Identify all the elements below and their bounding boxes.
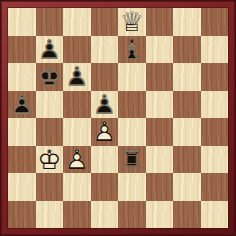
square-c1[interactable] bbox=[63, 201, 91, 229]
white-queen-icon: ♛♕ bbox=[118, 8, 146, 36]
square-c5[interactable] bbox=[63, 91, 91, 119]
square-h2[interactable] bbox=[201, 173, 229, 201]
square-e3[interactable]: ♜♖ bbox=[118, 146, 146, 174]
square-a6[interactable] bbox=[8, 63, 36, 91]
black-pawn-icon: ♟♙ bbox=[36, 36, 64, 64]
square-c2[interactable] bbox=[63, 173, 91, 201]
square-d7[interactable] bbox=[91, 36, 119, 64]
square-h4[interactable] bbox=[201, 118, 229, 146]
square-b5[interactable] bbox=[36, 91, 64, 119]
square-e7[interactable]: ♝♗ bbox=[118, 36, 146, 64]
square-b8[interactable] bbox=[36, 8, 64, 36]
square-b4[interactable] bbox=[36, 118, 64, 146]
square-d1[interactable] bbox=[91, 201, 119, 229]
white-pawn-icon: ♟♙ bbox=[63, 146, 91, 174]
square-a3[interactable] bbox=[8, 146, 36, 174]
square-a4[interactable] bbox=[8, 118, 36, 146]
square-a2[interactable] bbox=[8, 173, 36, 201]
square-e4[interactable] bbox=[118, 118, 146, 146]
square-d4[interactable]: ♟♙ bbox=[91, 118, 119, 146]
square-d5[interactable]: ♟♙ bbox=[91, 91, 119, 119]
black-bishop-icon: ♝♗ bbox=[118, 36, 146, 64]
square-c4[interactable] bbox=[63, 118, 91, 146]
square-d3[interactable] bbox=[91, 146, 119, 174]
square-c8[interactable] bbox=[63, 8, 91, 36]
square-g2[interactable] bbox=[173, 173, 201, 201]
square-f5[interactable] bbox=[146, 91, 174, 119]
square-g7[interactable] bbox=[173, 36, 201, 64]
square-h1[interactable] bbox=[201, 201, 229, 229]
square-f8[interactable] bbox=[146, 8, 174, 36]
square-h7[interactable] bbox=[201, 36, 229, 64]
square-g1[interactable] bbox=[173, 201, 201, 229]
square-b3[interactable]: ♚♔ bbox=[36, 146, 64, 174]
white-king-icon: ♚♔ bbox=[36, 146, 64, 174]
chessboard-frame: ♛♕♟♙♝♗♚♔♟♙♟♙♟♙♟♙♚♔♟♙♜♖ bbox=[0, 0, 236, 236]
square-a1[interactable] bbox=[8, 201, 36, 229]
black-pawn-icon: ♟♙ bbox=[8, 91, 36, 119]
square-a8[interactable] bbox=[8, 8, 36, 36]
black-rook-icon: ♜♖ bbox=[118, 146, 146, 174]
square-d2[interactable] bbox=[91, 173, 119, 201]
square-e2[interactable] bbox=[118, 173, 146, 201]
square-b7[interactable]: ♟♙ bbox=[36, 36, 64, 64]
black-king-icon: ♚♔ bbox=[36, 63, 64, 91]
square-h8[interactable] bbox=[201, 8, 229, 36]
black-pawn-icon: ♟♙ bbox=[63, 63, 91, 91]
square-f7[interactable] bbox=[146, 36, 174, 64]
square-c7[interactable] bbox=[63, 36, 91, 64]
chessboard: ♛♕♟♙♝♗♚♔♟♙♟♙♟♙♟♙♚♔♟♙♜♖ bbox=[8, 8, 228, 228]
square-b1[interactable] bbox=[36, 201, 64, 229]
square-f1[interactable] bbox=[146, 201, 174, 229]
square-e6[interactable] bbox=[118, 63, 146, 91]
square-c3[interactable]: ♟♙ bbox=[63, 146, 91, 174]
square-c6[interactable]: ♟♙ bbox=[63, 63, 91, 91]
square-a7[interactable] bbox=[8, 36, 36, 64]
square-e8[interactable]: ♛♕ bbox=[118, 8, 146, 36]
square-h6[interactable] bbox=[201, 63, 229, 91]
black-pawn-icon: ♟♙ bbox=[91, 91, 119, 119]
square-h5[interactable] bbox=[201, 91, 229, 119]
square-f3[interactable] bbox=[146, 146, 174, 174]
square-d6[interactable] bbox=[91, 63, 119, 91]
square-e1[interactable] bbox=[118, 201, 146, 229]
square-e5[interactable] bbox=[118, 91, 146, 119]
white-pawn-icon: ♟♙ bbox=[91, 118, 119, 146]
square-b6[interactable]: ♚♔ bbox=[36, 63, 64, 91]
square-h3[interactable] bbox=[201, 146, 229, 174]
square-f4[interactable] bbox=[146, 118, 174, 146]
square-g6[interactable] bbox=[173, 63, 201, 91]
square-g5[interactable] bbox=[173, 91, 201, 119]
square-g3[interactable] bbox=[173, 146, 201, 174]
square-f6[interactable] bbox=[146, 63, 174, 91]
square-g4[interactable] bbox=[173, 118, 201, 146]
square-f2[interactable] bbox=[146, 173, 174, 201]
square-b2[interactable] bbox=[36, 173, 64, 201]
square-a5[interactable]: ♟♙ bbox=[8, 91, 36, 119]
square-d8[interactable] bbox=[91, 8, 119, 36]
square-g8[interactable] bbox=[173, 8, 201, 36]
